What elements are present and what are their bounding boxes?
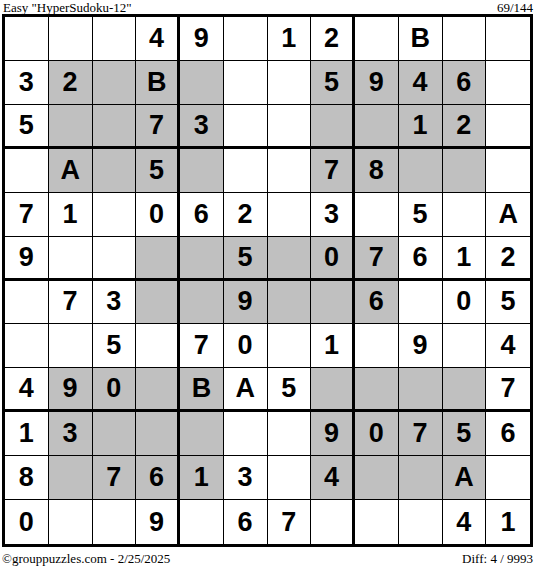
cell-r4c1-empty[interactable] <box>5 149 49 193</box>
cell-r1c10-given[interactable]: B <box>399 17 443 61</box>
cell-r5c4-given[interactable]: 0 <box>136 193 180 237</box>
cell-r5c9-empty[interactable] <box>355 193 399 237</box>
cell-r9c10-empty[interactable] <box>399 368 443 412</box>
cell-r10c5-empty[interactable] <box>180 412 224 456</box>
cell-r2c8-given[interactable]: 5 <box>311 61 355 105</box>
cell-r6c7-empty[interactable] <box>268 237 312 281</box>
cell-r11c7-empty[interactable] <box>268 456 312 500</box>
cell-r2c5-empty[interactable] <box>180 61 224 105</box>
cell-r1c11-empty[interactable] <box>443 17 487 61</box>
cell-r8c12-given[interactable]: 4 <box>486 324 530 368</box>
cell-r2c9-given[interactable]: 9 <box>355 61 399 105</box>
cell-r10c6-empty[interactable] <box>224 412 268 456</box>
cell-r11c9-empty[interactable] <box>355 456 399 500</box>
cell-r5c1-given[interactable]: 7 <box>5 193 49 237</box>
cell-r10c1-given[interactable]: 1 <box>5 412 49 456</box>
cell-r7c12-given[interactable]: 5 <box>486 281 530 325</box>
cell-r3c1-given[interactable]: 5 <box>5 105 49 149</box>
cell-r9c1-given[interactable]: 4 <box>5 368 49 412</box>
cell-r2c4-given[interactable]: B <box>136 61 180 105</box>
cell-r8c7-empty[interactable] <box>268 324 312 368</box>
cell-r1c7-given[interactable]: 1 <box>268 17 312 61</box>
cell-r9c5-given[interactable]: B <box>180 368 224 412</box>
cell-r1c9-empty[interactable] <box>355 17 399 61</box>
cell-r12c8-empty[interactable] <box>311 500 355 544</box>
cell-r12c6-given[interactable]: 6 <box>224 500 268 544</box>
cell-r10c7-empty[interactable] <box>268 412 312 456</box>
cell-r7c6-given[interactable]: 9 <box>224 281 268 325</box>
difficulty-text: Diff: 4 / 9993 <box>462 551 533 567</box>
cell-r11c3-given[interactable]: 7 <box>93 456 137 500</box>
cell-r2c3-empty[interactable] <box>93 61 137 105</box>
cell-r5c10-given[interactable]: 5 <box>399 193 443 237</box>
cell-r8c3-given[interactable]: 5 <box>93 324 137 368</box>
cell-r11c11-given[interactable]: A <box>443 456 487 500</box>
cell-r1c5-given[interactable]: 9 <box>180 17 224 61</box>
cell-r11c4-given[interactable]: 6 <box>136 456 180 500</box>
cell-r12c4-given[interactable]: 9 <box>136 500 180 544</box>
cell-r2c1-given[interactable]: 3 <box>5 61 49 105</box>
cell-r2c2-given[interactable]: 2 <box>49 61 93 105</box>
cell-r4c3-empty[interactable] <box>93 149 137 193</box>
cell-r1c3-empty[interactable] <box>93 17 137 61</box>
cell-r6c1-given[interactable]: 9 <box>5 237 49 281</box>
cell-r8c6-given[interactable]: 0 <box>224 324 268 368</box>
cell-r8c8-given[interactable]: 1 <box>311 324 355 368</box>
cell-r9c8-empty[interactable] <box>311 368 355 412</box>
cell-r1c12-empty[interactable] <box>486 17 530 61</box>
cell-r11c6-given[interactable]: 3 <box>224 456 268 500</box>
cell-r10c10-given[interactable]: 7 <box>399 412 443 456</box>
cell-r4c10-empty[interactable] <box>399 149 443 193</box>
cell-r5c3-empty[interactable] <box>93 193 137 237</box>
cell-r8c9-empty[interactable] <box>355 324 399 368</box>
cell-r5c12-given[interactable]: A <box>486 193 530 237</box>
cell-r6c8-given[interactable]: 0 <box>311 237 355 281</box>
cell-r9c4-empty[interactable] <box>136 368 180 412</box>
cell-r9c2-given[interactable]: 9 <box>49 368 93 412</box>
cell-r3c9-empty[interactable] <box>355 105 399 149</box>
cell-r7c7-empty[interactable] <box>268 281 312 325</box>
cell-r5c8-given[interactable]: 3 <box>311 193 355 237</box>
cell-r6c9-given[interactable]: 7 <box>355 237 399 281</box>
cell-r1c4-given[interactable]: 4 <box>136 17 180 61</box>
cell-r2c10-given[interactable]: 4 <box>399 61 443 105</box>
cell-r2c6-empty[interactable] <box>224 61 268 105</box>
cell-r4c11-empty[interactable] <box>443 149 487 193</box>
cell-r10c4-empty[interactable] <box>136 412 180 456</box>
cell-r5c11-empty[interactable] <box>443 193 487 237</box>
cell-r11c12-empty[interactable] <box>486 456 530 500</box>
cell-r11c2-empty[interactable] <box>49 456 93 500</box>
cell-r2c12-empty[interactable] <box>486 61 530 105</box>
cell-r9c11-empty[interactable] <box>443 368 487 412</box>
cell-r8c4-empty[interactable] <box>136 324 180 368</box>
cell-r3c7-empty[interactable] <box>268 105 312 149</box>
cell-r10c2-given[interactable]: 3 <box>49 412 93 456</box>
cell-r3c2-empty[interactable] <box>49 105 93 149</box>
cell-r10c11-given[interactable]: 5 <box>443 412 487 456</box>
cell-r12c11-given[interactable]: 4 <box>443 500 487 544</box>
cell-r10c8-given[interactable]: 9 <box>311 412 355 456</box>
cell-r11c8-given[interactable]: 4 <box>311 456 355 500</box>
cell-r7c4-empty[interactable] <box>136 281 180 325</box>
cell-r4c6-empty[interactable] <box>224 149 268 193</box>
cell-r6c4-empty[interactable] <box>136 237 180 281</box>
cell-r7c3-given[interactable]: 3 <box>93 281 137 325</box>
cell-r1c8-given[interactable]: 2 <box>311 17 355 61</box>
cell-r6c11-given[interactable]: 1 <box>443 237 487 281</box>
cell-r3c4-given[interactable]: 7 <box>136 105 180 149</box>
cell-r6c12-given[interactable]: 2 <box>486 237 530 281</box>
cell-r3c6-empty[interactable] <box>224 105 268 149</box>
cell-r4c5-empty[interactable] <box>180 149 224 193</box>
cell-r7c10-empty[interactable] <box>399 281 443 325</box>
cell-r4c12-empty[interactable] <box>486 149 530 193</box>
cell-r9c7-given[interactable]: 5 <box>268 368 312 412</box>
cell-r7c8-empty[interactable] <box>311 281 355 325</box>
cell-r1c1-empty[interactable] <box>5 17 49 61</box>
cell-r4c8-given[interactable]: 7 <box>311 149 355 193</box>
cell-r2c7-empty[interactable] <box>268 61 312 105</box>
cell-r3c12-empty[interactable] <box>486 105 530 149</box>
cell-r11c10-empty[interactable] <box>399 456 443 500</box>
cell-r4c4-given[interactable]: 5 <box>136 149 180 193</box>
cell-r5c7-empty[interactable] <box>268 193 312 237</box>
cell-r9c9-empty[interactable] <box>355 368 399 412</box>
cell-r3c3-empty[interactable] <box>93 105 137 149</box>
cell-r7c5-empty[interactable] <box>180 281 224 325</box>
cell-r1c6-empty[interactable] <box>224 17 268 61</box>
cell-r6c3-empty[interactable] <box>93 237 137 281</box>
cell-r7c11-given[interactable]: 0 <box>443 281 487 325</box>
cell-r3c5-given[interactable]: 3 <box>180 105 224 149</box>
cell-r12c1-given[interactable]: 0 <box>5 500 49 544</box>
cell-r6c10-given[interactable]: 6 <box>399 237 443 281</box>
cell-r4c2-given[interactable]: A <box>49 149 93 193</box>
cell-r12c5-empty[interactable] <box>180 500 224 544</box>
cell-r7c9-given[interactable]: 6 <box>355 281 399 325</box>
copyright-text: ©grouppuzzles.com - 2/25/2025 <box>2 551 170 567</box>
cell-r6c2-empty[interactable] <box>49 237 93 281</box>
cell-r3c8-empty[interactable] <box>311 105 355 149</box>
cell-r6c6-given[interactable]: 5 <box>224 237 268 281</box>
cell-r10c3-empty[interactable] <box>93 412 137 456</box>
cell-r4c9-given[interactable]: 8 <box>355 149 399 193</box>
cell-r3c11-given[interactable]: 2 <box>443 105 487 149</box>
cell-r5c6-given[interactable]: 2 <box>224 193 268 237</box>
cell-r12c12-given[interactable]: 1 <box>486 500 530 544</box>
cell-r2c11-given[interactable]: 6 <box>443 61 487 105</box>
cell-r12c10-empty[interactable] <box>399 500 443 544</box>
cell-r12c3-empty[interactable] <box>93 500 137 544</box>
cell-r9c3-given[interactable]: 0 <box>93 368 137 412</box>
cell-r8c5-given[interactable]: 7 <box>180 324 224 368</box>
cell-r7c1-empty[interactable] <box>5 281 49 325</box>
cell-r3c10-given[interactable]: 1 <box>399 105 443 149</box>
cell-r9c6-given[interactable]: A <box>224 368 268 412</box>
cell-r7c2-given[interactable]: 7 <box>49 281 93 325</box>
cell-r8c10-given[interactable]: 9 <box>399 324 443 368</box>
cell-r5c2-given[interactable]: 1 <box>49 193 93 237</box>
cell-r6c5-empty[interactable] <box>180 237 224 281</box>
cell-r9c12-given[interactable]: 7 <box>486 368 530 412</box>
cell-r11c5-given[interactable]: 1 <box>180 456 224 500</box>
cell-r8c1-empty[interactable] <box>5 324 49 368</box>
cell-r12c9-empty[interactable] <box>355 500 399 544</box>
cell-r1c2-empty[interactable] <box>49 17 93 61</box>
cell-r12c2-empty[interactable] <box>49 500 93 544</box>
cell-r10c12-given[interactable]: 6 <box>486 412 530 456</box>
cell-r10c9-given[interactable]: 0 <box>355 412 399 456</box>
cell-r8c11-empty[interactable] <box>443 324 487 368</box>
sudoku-grid: 4912B32B594657312A5787106235A95076127396… <box>2 14 533 547</box>
cell-r4c7-empty[interactable] <box>268 149 312 193</box>
cell-r8c2-empty[interactable] <box>49 324 93 368</box>
cell-r11c1-given[interactable]: 8 <box>5 456 49 500</box>
cell-r12c7-given[interactable]: 7 <box>268 500 312 544</box>
cell-r5c5-given[interactable]: 6 <box>180 193 224 237</box>
